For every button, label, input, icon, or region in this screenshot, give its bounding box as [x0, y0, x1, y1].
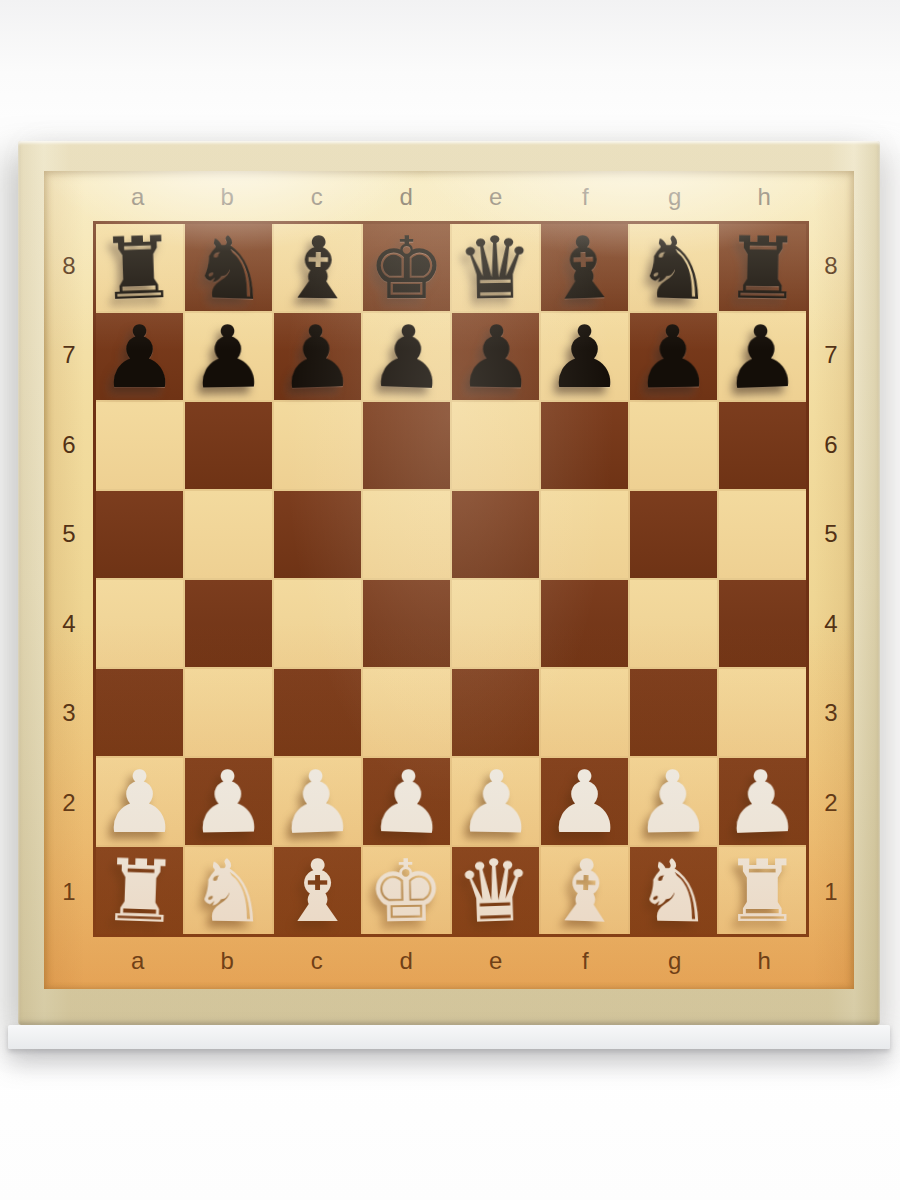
rank-label-left-5: 5 [52, 490, 86, 580]
black-rook: ♜ [98, 224, 178, 314]
square-a1: ♜ [96, 847, 183, 934]
white-pawn: ♟ [457, 758, 536, 846]
square-d2: ♟ [363, 758, 450, 845]
square-g2: ♟ [630, 758, 717, 845]
rank-label-right-7: 7 [814, 311, 848, 401]
square-d6 [363, 402, 450, 489]
square-b2: ♟ [185, 758, 272, 845]
rank-label-left-8: 8 [52, 221, 86, 311]
file-label-top-b: b [183, 183, 273, 211]
file-labels-bottom: abcdefgh [93, 947, 809, 975]
square-e7: ♟ [452, 313, 539, 400]
file-label-top-h: h [720, 183, 810, 211]
black-pawn: ♟ [634, 313, 713, 401]
white-pawn: ♟ [367, 758, 447, 848]
white-king: ♚ [367, 847, 446, 935]
file-labels-top: abcdefgh [93, 183, 809, 211]
square-f2: ♟ [541, 758, 628, 845]
square-f5 [541, 491, 628, 578]
square-f7: ♟ [541, 313, 628, 400]
rank-label-right-5: 5 [814, 490, 848, 580]
square-h6 [719, 402, 806, 489]
black-bishop: ♝ [543, 224, 623, 314]
file-label-top-c: c [272, 183, 362, 211]
white-pawn: ♟ [721, 758, 801, 848]
square-d8: ♚ [363, 224, 450, 311]
square-c8: ♝ [274, 224, 361, 311]
white-pawn: ♟ [189, 758, 268, 846]
marker-ledge [8, 1025, 890, 1049]
white-knight: ♞ [190, 847, 269, 935]
square-e6 [452, 402, 539, 489]
square-c4 [274, 580, 361, 667]
square-f8: ♝ [541, 224, 628, 311]
file-label-top-g: g [630, 183, 720, 211]
square-e1: ♛ [452, 847, 539, 934]
file-label-bottom-f: f [541, 947, 631, 975]
white-rook: ♜ [100, 847, 180, 937]
square-h2: ♟ [719, 758, 806, 845]
white-pawn: ♟ [634, 758, 713, 846]
square-g8: ♞ [630, 224, 717, 311]
square-h7: ♟ [719, 313, 806, 400]
square-e4 [452, 580, 539, 667]
square-d3 [363, 669, 450, 756]
file-label-top-a: a [93, 183, 183, 211]
square-b5 [185, 491, 272, 578]
file-label-top-f: f [541, 183, 631, 211]
white-pawn: ♟ [276, 758, 356, 848]
square-a8: ♜ [96, 224, 183, 311]
file-label-bottom-e: e [451, 947, 541, 975]
white-rook: ♜ [724, 848, 801, 935]
square-e8: ♛ [452, 224, 539, 311]
square-f4 [541, 580, 628, 667]
black-king: ♚ [368, 225, 445, 312]
white-knight: ♞ [635, 847, 714, 935]
square-g3 [630, 669, 717, 756]
file-label-bottom-a: a [93, 947, 183, 975]
black-pawn: ♟ [189, 313, 268, 401]
rank-label-right-3: 3 [814, 669, 848, 759]
black-pawn: ♟ [546, 314, 623, 401]
square-a6 [96, 402, 183, 489]
rank-label-left-6: 6 [52, 400, 86, 490]
square-a7: ♟ [96, 313, 183, 400]
square-a2: ♟ [96, 758, 183, 845]
rank-label-left-1: 1 [52, 848, 86, 938]
square-c6 [274, 402, 361, 489]
square-c7: ♟ [274, 313, 361, 400]
black-knight: ♞ [634, 224, 714, 314]
black-pawn: ♟ [276, 313, 356, 403]
square-a5 [96, 491, 183, 578]
black-queen: ♛ [456, 224, 535, 312]
file-label-bottom-c: c [272, 947, 362, 975]
square-b4 [185, 580, 272, 667]
black-pawn: ♟ [101, 314, 178, 401]
file-label-top-d: d [362, 183, 452, 211]
square-f1: ♝ [541, 847, 628, 934]
rank-label-right-4: 4 [814, 579, 848, 669]
file-label-bottom-h: h [720, 947, 810, 975]
square-g5 [630, 491, 717, 578]
square-f6 [541, 402, 628, 489]
square-a4 [96, 580, 183, 667]
white-bishop: ♝ [545, 847, 625, 937]
rank-label-right-6: 6 [814, 400, 848, 490]
square-g7: ♟ [630, 313, 717, 400]
rank-labels-left: 87654321 [52, 221, 86, 937]
square-f3 [541, 669, 628, 756]
square-g1: ♞ [630, 847, 717, 934]
square-c5 [274, 491, 361, 578]
board-surface: abcdefgh abcdefgh 87654321 87654321 ♜♞♝♚… [44, 171, 854, 989]
rank-label-right-2: 2 [814, 758, 848, 848]
square-e3 [452, 669, 539, 756]
square-e2: ♟ [452, 758, 539, 845]
file-label-bottom-d: d [362, 947, 452, 975]
file-label-bottom-g: g [630, 947, 720, 975]
black-rook: ♜ [724, 224, 803, 312]
file-label-top-e: e [451, 183, 541, 211]
square-h8: ♜ [719, 224, 806, 311]
square-d1: ♚ [363, 847, 450, 934]
square-d4 [363, 580, 450, 667]
square-b7: ♟ [185, 313, 272, 400]
chess-grid: ♜♞♝♚♛♝♞♜♟♟♟♟♟♟♟♟♟♟♟♟♟♟♟♟♜♞♝♚♛♝♞♜ [93, 221, 809, 937]
wood-frame: abcdefgh abcdefgh 87654321 87654321 ♜♞♝♚… [18, 141, 880, 1025]
black-knight: ♞ [189, 224, 269, 314]
square-d7: ♟ [363, 313, 450, 400]
square-g4 [630, 580, 717, 667]
rank-label-left-4: 4 [52, 579, 86, 669]
square-b8: ♞ [185, 224, 272, 311]
square-c3 [274, 669, 361, 756]
rank-label-right-1: 1 [814, 848, 848, 938]
square-b3 [185, 669, 272, 756]
white-bishop: ♝ [279, 848, 356, 935]
black-pawn: ♟ [367, 313, 447, 403]
white-pawn: ♟ [101, 759, 178, 846]
square-b1: ♞ [185, 847, 272, 934]
square-h1: ♜ [719, 847, 806, 934]
square-c2: ♟ [274, 758, 361, 845]
black-pawn: ♟ [721, 313, 801, 403]
rank-label-left-7: 7 [52, 311, 86, 401]
square-g6 [630, 402, 717, 489]
rank-label-left-2: 2 [52, 758, 86, 848]
black-bishop: ♝ [279, 224, 358, 312]
rank-labels-right: 87654321 [814, 221, 848, 937]
square-a3 [96, 669, 183, 756]
white-queen: ♛ [454, 847, 534, 937]
square-e5 [452, 491, 539, 578]
square-c1: ♝ [274, 847, 361, 934]
black-pawn: ♟ [457, 313, 536, 401]
square-h3 [719, 669, 806, 756]
square-h5 [719, 491, 806, 578]
square-d5 [363, 491, 450, 578]
rank-label-left-3: 3 [52, 669, 86, 759]
file-label-bottom-b: b [183, 947, 273, 975]
rank-label-right-8: 8 [814, 221, 848, 311]
square-h4 [719, 580, 806, 667]
square-b6 [185, 402, 272, 489]
white-pawn: ♟ [546, 759, 623, 846]
demo-chessboard-photo: abcdefgh abcdefgh 87654321 87654321 ♜♞♝♚… [0, 0, 900, 1200]
